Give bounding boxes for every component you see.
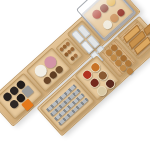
buffet-arrangement bbox=[0, 0, 150, 150]
product-photo bbox=[0, 0, 150, 150]
